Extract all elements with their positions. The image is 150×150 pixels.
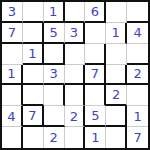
cell-r4c7[interactable]: 2 bbox=[127, 65, 148, 86]
cell-r3c1[interactable] bbox=[2, 44, 23, 65]
given-digit: 3 bbox=[70, 26, 78, 39]
cell-r2c6[interactable]: 1 bbox=[106, 23, 127, 44]
given-digit: 2 bbox=[70, 110, 78, 123]
cell-r4c4[interactable] bbox=[65, 65, 86, 86]
cell-r3c6[interactable] bbox=[106, 44, 127, 65]
cell-r1c7[interactable] bbox=[127, 2, 148, 23]
cell-r3c5[interactable] bbox=[85, 44, 106, 65]
cell-r7c3[interactable]: 2 bbox=[44, 127, 65, 148]
cell-r3c3[interactable] bbox=[44, 44, 65, 65]
cell-r1c3[interactable]: 1 bbox=[44, 2, 65, 23]
given-digit: 6 bbox=[91, 5, 99, 18]
given-digit: 1 bbox=[133, 110, 141, 123]
given-digit: 1 bbox=[91, 131, 99, 144]
cell-r6c5[interactable]: 5 bbox=[85, 106, 106, 127]
cell-r4c2[interactable] bbox=[23, 65, 44, 86]
given-digit: 4 bbox=[7, 110, 15, 123]
cell-r7c5[interactable]: 1 bbox=[85, 127, 106, 148]
cell-r7c6[interactable] bbox=[106, 127, 127, 148]
given-digit: 7 bbox=[28, 109, 36, 122]
cell-r6c4[interactable]: 2 bbox=[65, 106, 86, 127]
cell-r3c4[interactable] bbox=[65, 44, 86, 65]
cell-r5c1[interactable] bbox=[2, 85, 23, 106]
given-digit: 3 bbox=[8, 5, 16, 18]
given-digit: 1 bbox=[28, 47, 36, 60]
cell-r4c5[interactable]: 7 bbox=[85, 65, 106, 86]
given-digit: 2 bbox=[112, 88, 120, 101]
cell-r1c2[interactable] bbox=[23, 2, 44, 23]
cell-r6c3[interactable] bbox=[44, 106, 65, 127]
cell-r1c4[interactable] bbox=[65, 2, 86, 23]
cell-r5c7[interactable] bbox=[127, 85, 148, 106]
cell-r4c1[interactable]: 1 bbox=[2, 65, 23, 86]
puzzle-stage: 3167531411372247251217 bbox=[0, 0, 150, 150]
cell-r5c5[interactable] bbox=[85, 85, 106, 106]
cell-r2c4[interactable]: 3 bbox=[65, 23, 86, 44]
cell-r7c1[interactable] bbox=[2, 127, 23, 148]
given-digit: 7 bbox=[133, 131, 141, 144]
cell-r5c4[interactable] bbox=[65, 85, 86, 106]
cell-r7c2[interactable] bbox=[23, 127, 44, 148]
cell-r1c5[interactable]: 6 bbox=[85, 2, 106, 23]
given-digit: 4 bbox=[133, 26, 141, 39]
cell-r5c2[interactable] bbox=[23, 85, 44, 106]
given-digit: 1 bbox=[49, 5, 57, 18]
given-digit: 5 bbox=[91, 109, 99, 122]
given-digit: 2 bbox=[49, 131, 57, 144]
cell-r5c3[interactable] bbox=[44, 85, 65, 106]
cell-r2c7[interactable]: 4 bbox=[127, 23, 148, 44]
cell-r3c2[interactable]: 1 bbox=[23, 44, 44, 65]
cell-r7c4[interactable] bbox=[65, 127, 86, 148]
given-digit: 5 bbox=[49, 26, 57, 39]
cell-r2c1[interactable]: 7 bbox=[2, 23, 23, 44]
cell-r7c7[interactable]: 7 bbox=[127, 127, 148, 148]
cell-r3c7[interactable] bbox=[127, 44, 148, 65]
cell-r1c6[interactable] bbox=[106, 2, 127, 23]
cell-r2c2[interactable] bbox=[23, 23, 44, 44]
given-digit: 7 bbox=[91, 67, 99, 80]
cell-r4c6[interactable] bbox=[106, 65, 127, 86]
cell-r5c6[interactable]: 2 bbox=[106, 85, 127, 106]
cell-r2c5[interactable] bbox=[85, 23, 106, 44]
cell-r6c2[interactable]: 7 bbox=[23, 106, 44, 127]
given-digit: 7 bbox=[8, 26, 16, 39]
given-digit: 2 bbox=[133, 67, 141, 80]
cell-r4c3[interactable]: 3 bbox=[44, 65, 65, 86]
cell-r6c7[interactable]: 1 bbox=[127, 106, 148, 127]
given-digit: 1 bbox=[7, 67, 15, 80]
given-digit: 1 bbox=[112, 26, 120, 39]
given-digit: 3 bbox=[49, 67, 57, 80]
cell-r1c1[interactable]: 3 bbox=[2, 2, 23, 23]
sudoku-board: 3167531411372247251217 bbox=[0, 0, 150, 150]
cell-r6c6[interactable] bbox=[106, 106, 127, 127]
cell-r2c3[interactable]: 5 bbox=[44, 23, 65, 44]
cell-r6c1[interactable]: 4 bbox=[2, 106, 23, 127]
